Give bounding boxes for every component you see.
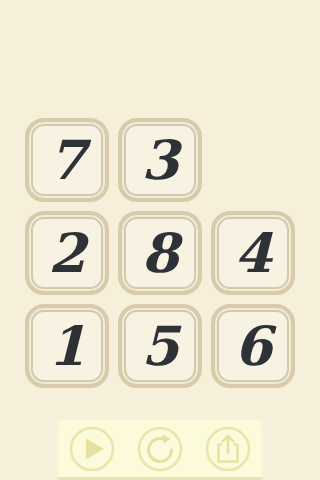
restart-button[interactable] [137, 426, 183, 472]
puzzle-board: 73284156 [25, 118, 295, 388]
tile-1[interactable]: 1 [25, 304, 109, 388]
tile-3[interactable]: 3 [118, 118, 202, 202]
bottom-toolbar [58, 420, 262, 480]
share-icon [205, 426, 251, 472]
tile-5[interactable]: 5 [118, 304, 202, 388]
tile-2[interactable]: 2 [25, 211, 109, 295]
tile-8[interactable]: 8 [118, 211, 202, 295]
empty-cell [211, 118, 295, 202]
tile-7[interactable]: 7 [25, 118, 109, 202]
share-button[interactable] [205, 426, 251, 472]
tile-4[interactable]: 4 [211, 211, 295, 295]
tile-6[interactable]: 6 [211, 304, 295, 388]
play-button[interactable] [69, 426, 115, 472]
restart-rotate-icon [137, 426, 183, 472]
play-icon [69, 426, 115, 472]
